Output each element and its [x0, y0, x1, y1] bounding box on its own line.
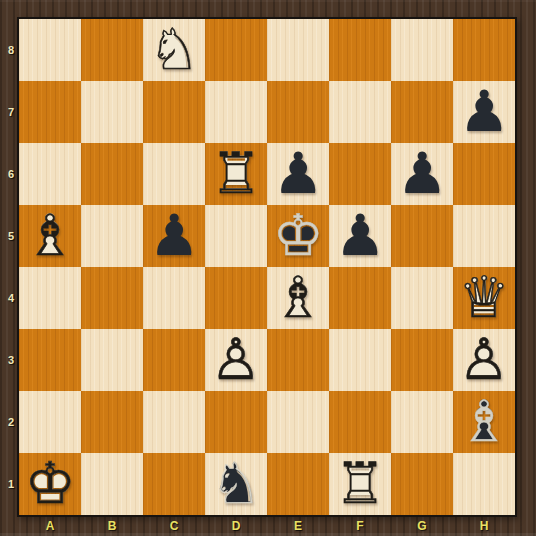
- square-h7[interactable]: ♟: [453, 81, 515, 143]
- piece-white-rook[interactable]: ♜♖: [329, 453, 391, 515]
- square-f2[interactable]: [329, 391, 391, 453]
- file-label-f: F: [329, 517, 391, 536]
- rank-labels: 87654321: [0, 19, 17, 515]
- white-king-outline-glyph: ♔: [19, 453, 81, 515]
- square-g5[interactable]: [391, 205, 453, 267]
- black-knight-outline-glyph: ♘: [205, 453, 267, 515]
- square-g6[interactable]: ♟: [391, 143, 453, 205]
- square-g8[interactable]: [391, 19, 453, 81]
- piece-black-pawn[interactable]: ♟: [453, 81, 515, 143]
- square-b4[interactable]: [81, 267, 143, 329]
- square-e4[interactable]: ♝♗: [267, 267, 329, 329]
- white-bishop-outline-glyph: ♗: [267, 267, 329, 329]
- piece-white-king[interactable]: ♚♔: [19, 453, 81, 515]
- square-f4[interactable]: [329, 267, 391, 329]
- square-h4[interactable]: ♛♕: [453, 267, 515, 329]
- square-b7[interactable]: [81, 81, 143, 143]
- file-label-h: H: [453, 517, 515, 536]
- black-pawn-glyph: ♟: [143, 205, 205, 267]
- black-bishop-outline-glyph: ♗: [453, 391, 515, 453]
- square-f3[interactable]: [329, 329, 391, 391]
- square-b8[interactable]: [81, 19, 143, 81]
- black-pawn-glyph: ♟: [329, 205, 391, 267]
- square-h3[interactable]: ♟♙: [453, 329, 515, 391]
- black-king-outline-glyph: ♔: [267, 205, 329, 267]
- wood-frame: 87654321 ♞♘♟♜♖♟♟♝♗♟♚♔♟♝♗♛♕♟♙♟♙♝♗♚♔♞♘♜♖ A…: [0, 0, 536, 536]
- white-pawn-outline-glyph: ♙: [205, 329, 267, 391]
- rank-label-3: 3: [0, 329, 17, 391]
- square-e7[interactable]: [267, 81, 329, 143]
- piece-black-pawn[interactable]: ♟: [143, 205, 205, 267]
- square-e8[interactable]: [267, 19, 329, 81]
- square-h2[interactable]: ♝♗: [453, 391, 515, 453]
- rank-label-4: 4: [0, 267, 17, 329]
- square-a5[interactable]: ♝♗: [19, 205, 81, 267]
- file-label-g: G: [391, 517, 453, 536]
- piece-black-pawn[interactable]: ♟: [329, 205, 391, 267]
- square-f6[interactable]: [329, 143, 391, 205]
- piece-black-bishop[interactable]: ♝♗: [453, 391, 515, 453]
- square-c8[interactable]: ♞♘: [143, 19, 205, 81]
- square-f7[interactable]: [329, 81, 391, 143]
- square-c6[interactable]: [143, 143, 205, 205]
- white-rook-outline-glyph: ♖: [329, 453, 391, 515]
- square-a4[interactable]: [19, 267, 81, 329]
- square-a7[interactable]: [19, 81, 81, 143]
- square-f5[interactable]: ♟: [329, 205, 391, 267]
- square-d3[interactable]: ♟♙: [205, 329, 267, 391]
- square-c2[interactable]: [143, 391, 205, 453]
- piece-white-pawn[interactable]: ♟♙: [453, 329, 515, 391]
- square-c4[interactable]: [143, 267, 205, 329]
- white-rook-outline-glyph: ♖: [205, 143, 267, 205]
- square-g2[interactable]: [391, 391, 453, 453]
- square-a3[interactable]: [19, 329, 81, 391]
- square-g1[interactable]: [391, 453, 453, 515]
- piece-black-pawn[interactable]: ♟: [267, 143, 329, 205]
- piece-white-bishop[interactable]: ♝♗: [267, 267, 329, 329]
- square-d6[interactable]: ♜♖: [205, 143, 267, 205]
- piece-white-queen[interactable]: ♛♕: [453, 267, 515, 329]
- square-a2[interactable]: [19, 391, 81, 453]
- square-f8[interactable]: [329, 19, 391, 81]
- square-d8[interactable]: [205, 19, 267, 81]
- black-pawn-glyph: ♟: [391, 143, 453, 205]
- square-b3[interactable]: [81, 329, 143, 391]
- square-e1[interactable]: [267, 453, 329, 515]
- piece-white-pawn[interactable]: ♟♙: [205, 329, 267, 391]
- square-d7[interactable]: [205, 81, 267, 143]
- square-f1[interactable]: ♜♖: [329, 453, 391, 515]
- square-a1[interactable]: ♚♔: [19, 453, 81, 515]
- square-c5[interactable]: ♟: [143, 205, 205, 267]
- square-g3[interactable]: [391, 329, 453, 391]
- file-label-b: B: [81, 517, 143, 536]
- square-h6[interactable]: [453, 143, 515, 205]
- black-pawn-glyph: ♟: [267, 143, 329, 205]
- rank-label-7: 7: [0, 81, 17, 143]
- file-label-e: E: [267, 517, 329, 536]
- file-labels: ABCDEFGH: [19, 517, 515, 536]
- black-pawn-glyph: ♟: [453, 81, 515, 143]
- piece-black-pawn[interactable]: ♟: [391, 143, 453, 205]
- file-label-c: C: [143, 517, 205, 536]
- square-h1[interactable]: [453, 453, 515, 515]
- board-border: ♞♘♟♜♖♟♟♝♗♟♚♔♟♝♗♛♕♟♙♟♙♝♗♚♔♞♘♜♖: [17, 17, 517, 517]
- square-e2[interactable]: [267, 391, 329, 453]
- square-a6[interactable]: [19, 143, 81, 205]
- rank-label-2: 2: [0, 391, 17, 453]
- piece-white-knight[interactable]: ♞♘: [143, 19, 205, 81]
- square-h5[interactable]: [453, 205, 515, 267]
- square-b5[interactable]: [81, 205, 143, 267]
- chess-board: ♞♘♟♜♖♟♟♝♗♟♚♔♟♝♗♛♕♟♙♟♙♝♗♚♔♞♘♜♖: [19, 19, 515, 515]
- square-h8[interactable]: [453, 19, 515, 81]
- white-knight-outline-glyph: ♘: [143, 19, 205, 81]
- square-e3[interactable]: [267, 329, 329, 391]
- rank-label-8: 8: [0, 19, 17, 81]
- white-pawn-outline-glyph: ♙: [453, 329, 515, 391]
- square-e5[interactable]: ♚♔: [267, 205, 329, 267]
- square-g7[interactable]: [391, 81, 453, 143]
- square-b1[interactable]: [81, 453, 143, 515]
- square-c7[interactable]: [143, 81, 205, 143]
- file-label-a: A: [19, 517, 81, 536]
- square-d2[interactable]: [205, 391, 267, 453]
- square-c1[interactable]: [143, 453, 205, 515]
- file-label-d: D: [205, 517, 267, 536]
- piece-white-bishop[interactable]: ♝♗: [19, 205, 81, 267]
- white-bishop-outline-glyph: ♗: [19, 205, 81, 267]
- square-g4[interactable]: [391, 267, 453, 329]
- piece-black-knight[interactable]: ♞♘: [205, 453, 267, 515]
- rank-label-6: 6: [0, 143, 17, 205]
- square-b2[interactable]: [81, 391, 143, 453]
- square-c3[interactable]: [143, 329, 205, 391]
- square-d5[interactable]: [205, 205, 267, 267]
- square-d4[interactable]: [205, 267, 267, 329]
- piece-black-king[interactable]: ♚♔: [267, 205, 329, 267]
- square-d1[interactable]: ♞♘: [205, 453, 267, 515]
- rank-label-1: 1: [0, 453, 17, 515]
- piece-white-rook[interactable]: ♜♖: [205, 143, 267, 205]
- square-b6[interactable]: [81, 143, 143, 205]
- rank-label-5: 5: [0, 205, 17, 267]
- white-queen-outline-glyph: ♕: [453, 267, 515, 329]
- square-a8[interactable]: [19, 19, 81, 81]
- square-e6[interactable]: ♟: [267, 143, 329, 205]
